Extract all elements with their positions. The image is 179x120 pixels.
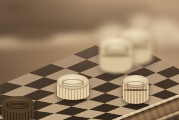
- checker-stack-light[interactable]: ⛁: [100, 36, 133, 73]
- checker-piece-light[interactable]: ⛀: [57, 73, 89, 99]
- draughts-glyph: ⛁: [126, 79, 146, 91]
- draughts-glyph: ⛀: [61, 74, 85, 89]
- checker-stack-light[interactable]: ⛁: [123, 75, 149, 105]
- draughts-glyph: ⛂: [5, 97, 29, 112]
- blurred-checker-stack: [166, 28, 179, 46]
- checkers-photo-scene: ⛁⛂⛀⛁⛁: [0, 0, 179, 120]
- checker-piece-dark[interactable]: ⛂: [2, 96, 34, 120]
- draughts-glyph: ⛁: [104, 42, 129, 57]
- blurred-dark-checker-stack: [14, 26, 54, 42]
